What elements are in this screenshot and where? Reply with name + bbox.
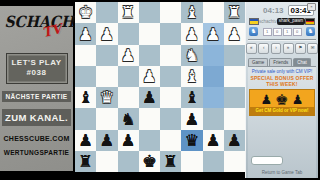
logo-text-tv: TV	[40, 21, 63, 40]
square-a4[interactable]	[224, 66, 245, 87]
square-e3[interactable]	[139, 45, 160, 66]
square-d3[interactable]	[160, 45, 181, 66]
lets-play-line2: #038	[7, 68, 67, 78]
square-e1[interactable]	[139, 2, 160, 23]
right-player-avatar: ♞	[306, 27, 315, 36]
square-c1[interactable]: ♝	[181, 2, 202, 23]
square-g4[interactable]	[96, 66, 117, 87]
germany-flag-icon	[305, 18, 315, 25]
white-knight-c3: ♞	[184, 47, 199, 64]
black-pawn-e5: ♟	[142, 89, 157, 106]
schach-tv-logo: SCHACH TV	[2, 11, 72, 45]
black-bishop-c5: ♝	[184, 89, 199, 106]
square-c3[interactable]: ♞	[181, 45, 202, 66]
square-f8[interactable]	[118, 151, 139, 172]
ad-piece-2: ♟	[292, 93, 304, 106]
square-h7[interactable]: ♟	[75, 130, 96, 151]
ad-piece-1: ♚	[275, 93, 288, 106]
square-b8[interactable]	[203, 151, 224, 172]
black-pawn-f7: ♟	[121, 132, 136, 149]
tab-body: Private sale only with CM VIP! SPECIAL B…	[248, 66, 316, 178]
tab-friends[interactable]: Friends	[269, 58, 292, 66]
left-player-avatar: ♞	[249, 27, 258, 36]
square-f3[interactable]: ♟	[118, 45, 139, 66]
square-d2[interactable]	[160, 23, 181, 44]
square-b7[interactable]: ♟	[203, 130, 224, 151]
black-pawn-c6: ♟	[184, 111, 199, 128]
toolbar-button-1[interactable]: ‹	[258, 43, 269, 54]
toolbar-button-2[interactable]: ›	[271, 43, 282, 54]
square-e4[interactable]: ♟	[139, 66, 160, 87]
white-pawn-a2: ♟	[227, 26, 242, 43]
square-h2[interactable]: ♟	[75, 23, 96, 44]
square-c5[interactable]: ♝	[181, 87, 202, 108]
square-g1[interactable]	[96, 2, 117, 23]
square-e8[interactable]: ♚	[139, 151, 160, 172]
square-f2[interactable]	[118, 23, 139, 44]
square-a1[interactable]: ♜	[224, 2, 245, 23]
ad-headline: SPECIAL BONUS OFFER THIS WEEK!	[248, 75, 316, 87]
score-cell-1: 0	[273, 28, 282, 36]
toolbar-button-4[interactable]: ⚑	[295, 43, 306, 54]
square-h8[interactable]: ♜	[75, 151, 96, 172]
square-g6[interactable]	[96, 108, 117, 129]
square-c2[interactable]: ♟	[181, 23, 202, 44]
lets-play-badge: LET'S PLAY #038	[6, 53, 68, 84]
left-player-name: schachtv	[259, 19, 277, 24]
square-b2[interactable]: ♟	[203, 23, 224, 44]
white-pawn-g2: ♟	[99, 26, 114, 43]
square-b5[interactable]	[203, 87, 224, 108]
square-a7[interactable]: ♟	[224, 130, 245, 151]
score-cell-3: 0	[293, 28, 302, 36]
square-a8[interactable]	[224, 151, 245, 172]
toolbar-button-5[interactable]: ✉	[307, 43, 318, 54]
tab-game[interactable]: Game	[248, 58, 268, 66]
panel-tabs: GameFriendsChat	[246, 56, 318, 66]
square-b4[interactable]	[203, 66, 224, 87]
next-game-label: NÄCHSTE PARTIE	[2, 91, 70, 102]
square-g5[interactable]: ♛	[96, 87, 117, 108]
square-b3[interactable]	[203, 45, 224, 66]
white-bishop-c4: ♝	[184, 68, 199, 85]
square-f4[interactable]	[118, 66, 139, 87]
score-cells: 1010	[263, 28, 302, 36]
black-bishop-h5: ♝	[78, 89, 93, 106]
square-h3[interactable]	[75, 45, 96, 66]
logo-text-schach: SCHACH	[5, 12, 75, 30]
ad-strip-text: Get CM Gold or VIP now!	[250, 107, 314, 115]
white-pawn-e4: ♟	[142, 68, 157, 85]
sidebar: SCHACH TV LET'S PLAY #038 NÄCHSTE PARTIE…	[0, 6, 73, 171]
white-pawn-b2: ♟	[206, 26, 221, 43]
black-rook-h8: ♜	[78, 153, 93, 170]
square-h1[interactable]: ♚	[75, 2, 96, 23]
square-g2[interactable]: ♟	[96, 23, 117, 44]
square-a3[interactable]	[224, 45, 245, 66]
square-a2[interactable]: ♟	[224, 23, 245, 44]
to-channel-label: ZUM KANAL.	[2, 109, 71, 126]
score-cell-0: 1	[263, 28, 272, 36]
square-f5[interactable]	[118, 87, 139, 108]
square-b1[interactable]	[203, 2, 224, 23]
black-pawn-b7: ♟	[206, 132, 221, 149]
black-pawn-a7: ♟	[227, 132, 242, 149]
square-d4[interactable]	[160, 66, 181, 87]
clock-inactive: 04:13	[263, 6, 283, 15]
black-rook-d8: ♜	[163, 153, 178, 170]
ad-banner[interactable]: ♟♚♟ Get CM Gold or VIP now!	[249, 89, 315, 116]
square-e6[interactable]	[139, 108, 160, 129]
square-c4[interactable]: ♝	[181, 66, 202, 87]
right-player-name: shark_pawn	[277, 18, 305, 25]
ad-chess-pieces-icon: ♟♚♟	[250, 90, 314, 107]
square-g3[interactable]	[96, 45, 117, 66]
score-row: ♞ 1010 ♞	[246, 26, 318, 38]
game-panel: × 04:13 03:41 schachtv shark_pawn ♞ 1010…	[245, 2, 318, 178]
white-rook-f1: ♜	[121, 4, 136, 21]
white-pawn-f3: ♟	[121, 47, 136, 64]
square-e2[interactable]	[139, 23, 160, 44]
square-e5[interactable]: ♟	[139, 87, 160, 108]
square-a5[interactable]	[224, 87, 245, 108]
black-king-e8: ♚	[142, 153, 157, 170]
square-h6[interactable]	[75, 108, 96, 129]
square-e7[interactable]	[139, 130, 160, 151]
chesscube-label: CHESSCUBE.COM	[3, 135, 69, 142]
black-pawn-g7: ♟	[99, 132, 114, 149]
tab-chat[interactable]: Chat	[293, 58, 311, 66]
square-d1[interactable]	[160, 2, 181, 23]
square-b6[interactable]	[203, 108, 224, 129]
left-player-flag-icon	[249, 18, 259, 25]
players-row: schachtv shark_pawn	[246, 17, 318, 26]
square-d8[interactable]: ♜	[160, 151, 181, 172]
chat-area	[248, 116, 316, 168]
return-to-game-link[interactable]: Return to Game Tab	[248, 168, 316, 178]
toolbar-button-0[interactable]: «	[246, 43, 257, 54]
square-c6[interactable]: ♟	[181, 108, 202, 129]
chat-input[interactable]	[251, 156, 283, 165]
square-f6[interactable]: ♞	[118, 108, 139, 129]
square-d7[interactable]	[160, 130, 181, 151]
video-frame: SCHACH TV LET'S PLAY #038 NÄCHSTE PARTIE…	[0, 0, 320, 180]
white-king-h1: ♚	[78, 4, 93, 21]
black-pawn-h7: ♟	[78, 132, 93, 149]
game-toolbar: «‹›»⚑✉	[246, 41, 318, 56]
square-f7[interactable]: ♟	[118, 130, 139, 151]
rated-game-label: WERTUNGSPARTIE	[4, 149, 69, 156]
square-f1[interactable]: ♜	[118, 2, 139, 23]
square-c7[interactable]: ♛	[181, 130, 202, 151]
white-pawn-h2: ♟	[78, 26, 93, 43]
white-bishop-c1: ♝	[184, 4, 199, 21]
chess-board[interactable]: ♚♜♝♜♟♟♟♟♟♟♞♟♝♝♛♟♝♞♟♟♟♟♛♟♟♜♚♜	[75, 2, 245, 172]
panel-divider	[248, 39, 316, 40]
square-a6[interactable]	[224, 108, 245, 129]
ad-link[interactable]: Private sale only with CM VIP!	[248, 69, 316, 74]
toolbar-button-3[interactable]: »	[283, 43, 294, 54]
white-queen-g5: ♛	[99, 89, 114, 106]
score-cell-2: 1	[283, 28, 292, 36]
square-h5[interactable]: ♝	[75, 87, 96, 108]
black-knight-f6: ♞	[121, 111, 136, 128]
black-queen-c7: ♛	[184, 132, 199, 149]
white-rook-a1: ♜	[227, 4, 242, 21]
white-pawn-c2: ♟	[184, 26, 199, 43]
lets-play-line1: LET'S PLAY	[7, 58, 67, 68]
square-g8[interactable]	[96, 151, 117, 172]
square-h4[interactable]	[75, 66, 96, 87]
ad-piece-0: ♟	[261, 93, 273, 106]
close-icon[interactable]: ×	[307, 3, 316, 11]
square-c8[interactable]	[181, 151, 202, 172]
square-g7[interactable]: ♟	[96, 130, 117, 151]
square-d6[interactable]	[160, 108, 181, 129]
square-d5[interactable]	[160, 87, 181, 108]
